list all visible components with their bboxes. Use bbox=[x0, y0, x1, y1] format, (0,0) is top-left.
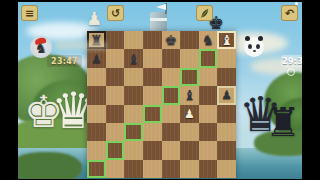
square-d2[interactable] bbox=[143, 141, 162, 159]
square-h2[interactable] bbox=[217, 141, 236, 159]
square-e6[interactable] bbox=[162, 68, 181, 86]
square-e7[interactable] bbox=[162, 49, 181, 67]
player-left-name-blurred bbox=[55, 41, 107, 50]
menu-button[interactable]: ≡ bbox=[21, 5, 38, 21]
square-e1[interactable] bbox=[162, 160, 181, 178]
black-pawn-piece: ♟ bbox=[217, 86, 236, 104]
square-b5[interactable] bbox=[106, 86, 125, 104]
player-left-clock-text: 23:47 bbox=[51, 57, 78, 66]
square-c4[interactable] bbox=[124, 105, 143, 123]
square-f4[interactable]: ♟ bbox=[180, 105, 199, 123]
square-b1[interactable] bbox=[106, 160, 125, 178]
castle-tower-band bbox=[150, 18, 167, 21]
square-b2[interactable] bbox=[106, 141, 125, 159]
square-g8[interactable]: ♞ bbox=[199, 31, 218, 49]
square-c1[interactable] bbox=[124, 160, 143, 178]
feather-icon bbox=[199, 8, 210, 19]
white-pawn-statue: ♟ bbox=[86, 10, 102, 28]
undo-button[interactable]: ↶ bbox=[281, 5, 298, 21]
square-c2[interactable] bbox=[124, 141, 143, 159]
square-f5[interactable]: ♝ bbox=[180, 86, 199, 104]
square-g2[interactable] bbox=[199, 141, 218, 159]
panda-eye-icon bbox=[248, 44, 252, 49]
white-bishop-piece: ♝ bbox=[217, 31, 236, 49]
square-c3[interactable] bbox=[124, 123, 143, 141]
black-pawn-piece: ♟ bbox=[87, 49, 106, 67]
square-h8[interactable]: ♝ bbox=[217, 31, 236, 49]
square-d1[interactable] bbox=[143, 160, 162, 178]
white-ring-indicator bbox=[287, 68, 295, 76]
flip-board-button[interactable]: ↺ bbox=[107, 5, 124, 21]
menu-icon: ≡ bbox=[25, 7, 34, 20]
panda-eye-icon bbox=[256, 44, 260, 49]
square-c5[interactable] bbox=[124, 86, 143, 104]
square-h6[interactable] bbox=[217, 68, 236, 86]
player-right-avatar[interactable] bbox=[244, 37, 264, 57]
white-pawn-piece: ♟ bbox=[180, 105, 199, 123]
square-d3[interactable] bbox=[143, 123, 162, 141]
square-c6[interactable] bbox=[124, 68, 143, 86]
square-a7[interactable]: ♟ bbox=[87, 49, 106, 67]
black-rook-statue: ♜ bbox=[265, 102, 301, 142]
square-d7[interactable] bbox=[143, 49, 162, 67]
square-h7[interactable] bbox=[217, 49, 236, 67]
square-h3[interactable] bbox=[217, 123, 236, 141]
square-g7[interactable] bbox=[199, 49, 218, 67]
panda-ear-icon bbox=[245, 36, 250, 41]
square-b4[interactable] bbox=[106, 105, 125, 123]
square-a4[interactable] bbox=[87, 105, 106, 123]
square-g4[interactable] bbox=[199, 105, 218, 123]
square-h4[interactable] bbox=[217, 105, 236, 123]
bottom-left-bank bbox=[18, 152, 82, 179]
square-f6[interactable] bbox=[180, 68, 199, 86]
square-g3[interactable] bbox=[199, 123, 218, 141]
square-a2[interactable] bbox=[87, 141, 106, 159]
player-right-clock-text: 29:30 bbox=[282, 57, 302, 66]
square-a3[interactable] bbox=[87, 123, 106, 141]
square-d5[interactable] bbox=[143, 86, 162, 104]
square-d4[interactable] bbox=[143, 105, 162, 123]
undo-icon: ↶ bbox=[285, 7, 294, 20]
black-bishop-piece: ♝ bbox=[124, 49, 143, 67]
square-b3[interactable] bbox=[106, 123, 125, 141]
flip-board-icon: ↺ bbox=[111, 7, 120, 20]
square-a5[interactable] bbox=[87, 86, 106, 104]
square-f7[interactable] bbox=[180, 49, 199, 67]
square-g6[interactable] bbox=[199, 68, 218, 86]
square-a1[interactable] bbox=[87, 160, 106, 178]
black-knight-piece: ♞ bbox=[199, 31, 218, 49]
square-c7[interactable]: ♝ bbox=[124, 49, 143, 67]
square-g5[interactable] bbox=[199, 86, 218, 104]
square-e3[interactable] bbox=[162, 123, 181, 141]
square-f3[interactable] bbox=[180, 123, 199, 141]
square-h5[interactable]: ♟ bbox=[217, 86, 236, 104]
square-e5[interactable] bbox=[162, 86, 181, 104]
square-f1[interactable] bbox=[180, 160, 199, 178]
square-h1[interactable] bbox=[217, 160, 236, 178]
square-c8[interactable] bbox=[124, 31, 143, 49]
black-bishop-piece: ♝ bbox=[180, 86, 199, 104]
square-d8[interactable] bbox=[143, 31, 162, 49]
square-b6[interactable] bbox=[106, 68, 125, 86]
square-d6[interactable] bbox=[143, 68, 162, 86]
player-left-clock: 23:47 bbox=[47, 55, 82, 67]
square-a6[interactable] bbox=[87, 68, 106, 86]
black-king-piece: ♚ bbox=[162, 31, 181, 49]
chess-board[interactable]: ♜♚♞♝♟♝♝♟♟ bbox=[87, 31, 236, 178]
panda-ear-icon bbox=[258, 36, 263, 41]
game-scene: ♚♛♟♚♛♜ ≡ ↺ ↶ ♞ 23:47 29:30 ♜♚♞♝♟♝♝♟♟ bbox=[18, 2, 302, 179]
notification-dot bbox=[295, 2, 298, 5]
panda-nose-icon bbox=[253, 50, 256, 52]
square-f8[interactable] bbox=[180, 31, 199, 49]
square-g1[interactable] bbox=[199, 160, 218, 178]
castle-flag bbox=[156, 4, 166, 10]
square-e2[interactable] bbox=[162, 141, 181, 159]
hint-button[interactable] bbox=[196, 5, 213, 21]
square-e4[interactable] bbox=[162, 105, 181, 123]
player-right-clock: 29:30 bbox=[281, 55, 302, 67]
square-b7[interactable] bbox=[106, 49, 125, 67]
square-b8[interactable] bbox=[106, 31, 125, 49]
square-f2[interactable] bbox=[180, 141, 199, 159]
square-e8[interactable]: ♚ bbox=[162, 31, 181, 49]
